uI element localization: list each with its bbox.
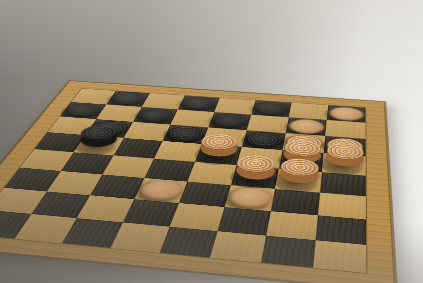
photo-scene bbox=[0, 0, 423, 283]
table-shadow-overlay bbox=[0, 0, 423, 283]
